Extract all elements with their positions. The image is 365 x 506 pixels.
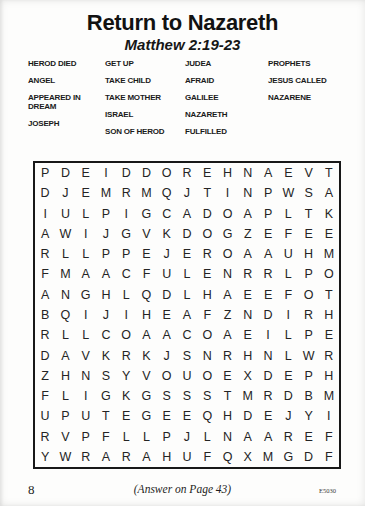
grid-cell[interactable]: V: [298, 163, 318, 183]
grid-cell[interactable]: D: [136, 163, 156, 183]
grid-cell[interactable]: G: [136, 204, 156, 224]
word-list-item: NAZARENE: [268, 93, 358, 102]
grid-cell[interactable]: E: [177, 244, 197, 264]
grid-cell[interactable]: W: [278, 183, 298, 203]
grid-cell[interactable]: S: [298, 183, 318, 203]
grid-cell[interactable]: I: [258, 325, 278, 345]
grid-cell[interactable]: R: [217, 345, 237, 365]
grid-cell[interactable]: D: [35, 183, 55, 203]
grid-cell[interactable]: A: [258, 426, 278, 446]
grid-cell[interactable]: J: [96, 305, 116, 325]
grid-cell[interactable]: H: [319, 305, 339, 325]
grid-cell[interactable]: A: [238, 244, 258, 264]
grid-cell[interactable]: A: [96, 447, 116, 467]
word-list-item: APPEARED IN DREAM: [28, 93, 90, 111]
grid-cell[interactable]: H: [96, 285, 116, 305]
grid-cell[interactable]: O: [298, 285, 318, 305]
grid-cell[interactable]: I: [76, 386, 96, 406]
grid-cell[interactable]: P: [157, 426, 177, 446]
word-list-item: HEROD DIED: [28, 59, 90, 68]
grid-cell[interactable]: M: [238, 386, 258, 406]
grid-cell[interactable]: A: [238, 204, 258, 224]
grid-cell[interactable]: V: [136, 224, 156, 244]
grid-cell[interactable]: J: [55, 183, 75, 203]
grid-cell[interactable]: P: [116, 244, 136, 264]
grid-cell[interactable]: S: [177, 345, 197, 365]
grid-cell[interactable]: P: [76, 426, 96, 446]
grid-cell[interactable]: L: [55, 244, 75, 264]
grid-cell[interactable]: M: [55, 264, 75, 284]
grid-cell[interactable]: J: [278, 406, 298, 426]
grid-cell[interactable]: Z: [35, 366, 55, 386]
grid-cell[interactable]: N: [238, 163, 258, 183]
grid-cell[interactable]: I: [116, 305, 136, 325]
grid-cell[interactable]: B: [35, 305, 55, 325]
grid-cell[interactable]: U: [35, 406, 55, 426]
grid-cell[interactable]: E: [238, 325, 258, 345]
word-list-item: JESUS CALLED: [268, 76, 358, 85]
grid-cell[interactable]: R: [116, 447, 136, 467]
grid-cell[interactable]: I: [76, 305, 96, 325]
grid-cell[interactable]: L: [76, 204, 96, 224]
grid-cell[interactable]: L: [116, 285, 136, 305]
grid-cell[interactable]: E: [319, 325, 339, 345]
grid-cell[interactable]: U: [157, 264, 177, 284]
grid-cell[interactable]: Y: [298, 406, 318, 426]
grid-cell[interactable]: A: [136, 447, 156, 467]
grid-cell[interactable]: X: [238, 447, 258, 467]
grid-cell[interactable]: R: [76, 447, 96, 467]
grid-cell[interactable]: D: [55, 163, 75, 183]
grid-cell[interactable]: O: [157, 163, 177, 183]
grid-cell[interactable]: E: [258, 224, 278, 244]
grid-cell[interactable]: B: [298, 386, 318, 406]
grid-cell[interactable]: A: [177, 305, 197, 325]
grid-cell[interactable]: P: [258, 204, 278, 224]
product-code: E5030: [319, 487, 336, 494]
grid-cell[interactable]: P: [298, 264, 318, 284]
grid-cell[interactable]: E: [76, 183, 96, 203]
grid-cell[interactable]: A: [35, 285, 55, 305]
grid-cell[interactable]: G: [96, 386, 116, 406]
grid-cell[interactable]: H: [217, 406, 237, 426]
grid-cell[interactable]: E: [197, 264, 217, 284]
grid-cell[interactable]: L: [136, 426, 156, 446]
grid-cell[interactable]: R: [116, 183, 136, 203]
grid-cell[interactable]: I: [319, 406, 339, 426]
grid-cell[interactable]: R: [177, 163, 197, 183]
grid-cell[interactable]: E: [298, 224, 318, 244]
grid-cell[interactable]: L: [177, 285, 197, 305]
grid-cell[interactable]: D: [116, 163, 136, 183]
grid-cell[interactable]: N: [258, 345, 278, 365]
grid-cell[interactable]: A: [177, 204, 197, 224]
grid-cell[interactable]: G: [217, 224, 237, 244]
grid-cell[interactable]: O: [157, 366, 177, 386]
grid-cell[interactable]: E: [177, 406, 197, 426]
grid-cell[interactable]: T: [96, 406, 116, 426]
grid-cell[interactable]: E: [157, 305, 177, 325]
grid-cell[interactable]: J: [157, 244, 177, 264]
grid-cell[interactable]: N: [197, 345, 217, 365]
grid-cell[interactable]: Y: [116, 366, 136, 386]
answer-note: (Answer on Page 43): [0, 483, 365, 495]
word-list: HEROD DIEDANGELAPPEARED IN DREAMJOSEPHGE…: [0, 59, 365, 149]
grid-cell[interactable]: H: [238, 345, 258, 365]
grid-cell[interactable]: Q: [157, 183, 177, 203]
grid-cell[interactable]: R: [258, 264, 278, 284]
word-list-item: AFRAID: [185, 76, 261, 85]
grid-cell[interactable]: Q: [136, 285, 156, 305]
grid-cell[interactable]: G: [116, 224, 136, 244]
grid-cell[interactable]: E: [298, 426, 318, 446]
grid-cell[interactable]: H: [197, 285, 217, 305]
grid-cell[interactable]: A: [55, 345, 75, 365]
grid-cell[interactable]: R: [35, 325, 55, 345]
grid-cell[interactable]: F: [197, 447, 217, 467]
grid-cell[interactable]: F: [96, 426, 116, 446]
grid-cell[interactable]: O: [217, 204, 237, 224]
grid-cell[interactable]: O: [217, 244, 237, 264]
grid-cell[interactable]: R: [35, 244, 55, 264]
grid-cell[interactable]: F: [136, 264, 156, 284]
grid-cell[interactable]: T: [319, 163, 339, 183]
grid-cell[interactable]: D: [157, 285, 177, 305]
word-list-item: JUDEA: [185, 59, 261, 68]
grid-cell[interactable]: O: [116, 325, 136, 345]
grid-cell[interactable]: K: [157, 224, 177, 244]
grid-cell[interactable]: X: [238, 366, 258, 386]
page-title: Return to Nazareth: [0, 10, 365, 36]
grid-cell[interactable]: I: [35, 204, 55, 224]
grid-cell[interactable]: O: [197, 366, 217, 386]
grid-cell[interactable]: E: [217, 366, 237, 386]
grid-cell[interactable]: T: [197, 183, 217, 203]
grid-cell[interactable]: M: [319, 244, 339, 264]
grid-cell[interactable]: L: [278, 345, 298, 365]
grid-cell[interactable]: U: [177, 366, 197, 386]
grid-cell[interactable]: E: [136, 244, 156, 264]
word-list-item: SON OF HEROD: [105, 127, 179, 136]
grid-cell[interactable]: Q: [217, 447, 237, 467]
grid-cell[interactable]: T: [298, 204, 318, 224]
grid-cell[interactable]: H: [136, 305, 156, 325]
grid-cell[interactable]: A: [35, 224, 55, 244]
grid-cell[interactable]: E: [238, 285, 258, 305]
grid-cell[interactable]: U: [55, 204, 75, 224]
word-list-item: GET UP: [105, 59, 179, 68]
grid-cell[interactable]: V: [76, 345, 96, 365]
grid-cell[interactable]: U: [76, 406, 96, 426]
grid-cell[interactable]: W: [55, 224, 75, 244]
grid-cell[interactable]: N: [238, 183, 258, 203]
grid-cell[interactable]: J: [177, 426, 197, 446]
grid-cell[interactable]: F: [197, 305, 217, 325]
grid-cell[interactable]: T: [319, 285, 339, 305]
grid-cell[interactable]: A: [258, 163, 278, 183]
word-list-item: ANGEL: [28, 76, 90, 85]
word-search-grid: PDEIDDOREHNAEVTDJEMRMQJTINPWSAIULPIGCADO…: [33, 161, 341, 469]
grid-cell[interactable]: D: [197, 204, 217, 224]
grid-cell[interactable]: C: [96, 325, 116, 345]
grid-cell[interactable]: Z: [238, 224, 258, 244]
grid-cell[interactable]: Z: [217, 305, 237, 325]
grid-cell[interactable]: P: [298, 366, 318, 386]
grid-cell[interactable]: H: [157, 447, 177, 467]
grid-cell[interactable]: R: [116, 345, 136, 365]
grid-cell[interactable]: J: [177, 183, 197, 203]
word-list-column: GET UPTAKE CHILDTAKE MOTHERISRAELSON OF …: [105, 59, 179, 144]
grid-cell[interactable]: H: [298, 244, 318, 264]
grid-cell[interactable]: E: [278, 366, 298, 386]
grid-cell[interactable]: S: [157, 386, 177, 406]
grid-cell[interactable]: H: [217, 163, 237, 183]
grid-cell[interactable]: F: [278, 285, 298, 305]
grid-cell[interactable]: J: [157, 345, 177, 365]
grid-cell[interactable]: C: [116, 264, 136, 284]
word-list-item: GALILEE: [185, 93, 261, 102]
grid-cell[interactable]: R: [319, 345, 339, 365]
grid-cell[interactable]: D: [258, 366, 278, 386]
grid-cell[interactable]: E: [258, 406, 278, 426]
grid-cell[interactable]: S: [197, 386, 217, 406]
grid-cell[interactable]: P: [55, 406, 75, 426]
grid-cell[interactable]: E: [157, 406, 177, 426]
grid-cell[interactable]: F: [35, 386, 55, 406]
grid-cell[interactable]: A: [76, 264, 96, 284]
grid-cell[interactable]: F: [278, 224, 298, 244]
grid-cell[interactable]: L: [116, 426, 136, 446]
grid-cell[interactable]: N: [76, 366, 96, 386]
grid-cell[interactable]: G: [136, 406, 156, 426]
grid-cell[interactable]: N: [217, 426, 237, 446]
grid-cell[interactable]: I: [278, 305, 298, 325]
word-list-item: JOSEPH: [28, 119, 90, 128]
grid-cell[interactable]: A: [258, 244, 278, 264]
grid-cell[interactable]: A: [157, 325, 177, 345]
grid-cell[interactable]: H: [55, 366, 75, 386]
grid-cell[interactable]: P: [298, 325, 318, 345]
grid-cell[interactable]: L: [177, 264, 197, 284]
grid-cell[interactable]: D: [278, 386, 298, 406]
grid-cell[interactable]: L: [197, 426, 217, 446]
grid-cell[interactable]: P: [96, 204, 116, 224]
grid-cell[interactable]: R: [258, 386, 278, 406]
grid-cell[interactable]: E: [76, 163, 96, 183]
grid-cell[interactable]: M: [319, 386, 339, 406]
grid-cell[interactable]: W: [55, 447, 75, 467]
grid-cell[interactable]: R: [278, 426, 298, 446]
grid-cell[interactable]: M: [96, 183, 116, 203]
word-list-item: ISRAEL: [105, 110, 179, 119]
grid-cell[interactable]: S: [96, 366, 116, 386]
word-list-column: PROPHETSJESUS CALLEDNAZARENE: [268, 59, 358, 110]
grid-cell[interactable]: F: [319, 426, 339, 446]
grid-cell[interactable]: A: [96, 264, 116, 284]
scripture-reference: Matthew 2:19-23: [0, 36, 365, 53]
grid-cell[interactable]: E: [197, 163, 217, 183]
grid-cell[interactable]: K: [116, 386, 136, 406]
grid-cell[interactable]: I: [96, 163, 116, 183]
word-list-item: TAKE CHILD: [105, 76, 179, 85]
grid-cell[interactable]: F: [319, 447, 339, 467]
grid-cell[interactable]: P: [96, 244, 116, 264]
grid-cell[interactable]: O: [319, 264, 339, 284]
grid-cell[interactable]: U: [177, 447, 197, 467]
grid-cell[interactable]: A: [217, 285, 237, 305]
word-list-item: TAKE MOTHER: [105, 93, 179, 102]
grid-cell[interactable]: O: [197, 325, 217, 345]
grid-cell[interactable]: C: [177, 325, 197, 345]
grid-cell[interactable]: Q: [197, 406, 217, 426]
grid-cell[interactable]: K: [96, 345, 116, 365]
grid-cell[interactable]: R: [298, 305, 318, 325]
grid-cell[interactable]: E: [116, 406, 136, 426]
word-list-item: PROPHETS: [268, 59, 358, 68]
grid-cell[interactable]: L: [55, 386, 75, 406]
grid-cell[interactable]: U: [278, 244, 298, 264]
worksheet-page: Return to Nazareth Matthew 2:19-23 HEROD…: [0, 0, 365, 506]
grid-cell[interactable]: E: [258, 285, 278, 305]
grid-cell[interactable]: N: [55, 285, 75, 305]
grid-cell[interactable]: C: [157, 204, 177, 224]
grid-cell[interactable]: I: [116, 204, 136, 224]
grid-cell[interactable]: L: [76, 325, 96, 345]
grid-cell[interactable]: G: [278, 447, 298, 467]
word-list-item: FULFILLED: [185, 127, 261, 136]
grid-cell[interactable]: V: [136, 366, 156, 386]
grid-cell[interactable]: A: [319, 183, 339, 203]
grid-cell[interactable]: W: [298, 345, 318, 365]
grid-cell[interactable]: H: [319, 366, 339, 386]
grid-cell[interactable]: K: [319, 204, 339, 224]
grid-cell[interactable]: D: [298, 447, 318, 467]
grid-cell[interactable]: P: [258, 183, 278, 203]
grid-cell[interactable]: D: [258, 305, 278, 325]
grid-cell[interactable]: G: [76, 285, 96, 305]
grid-cell[interactable]: L: [55, 325, 75, 345]
word-list-column: HEROD DIEDANGELAPPEARED IN DREAMJOSEPH: [28, 59, 90, 136]
grid-cell[interactable]: J: [96, 224, 116, 244]
grid-cell[interactable]: L: [278, 204, 298, 224]
grid-cell[interactable]: T: [217, 386, 237, 406]
grid-cell[interactable]: N: [217, 264, 237, 284]
grid-cell[interactable]: F: [35, 264, 55, 284]
grid-cell[interactable]: V: [55, 426, 75, 446]
grid-cell[interactable]: P: [35, 163, 55, 183]
grid-cell[interactable]: R: [197, 244, 217, 264]
grid-cell[interactable]: D: [238, 406, 258, 426]
grid-cell[interactable]: E: [319, 224, 339, 244]
grid-cell[interactable]: L: [76, 244, 96, 264]
grid-cell[interactable]: I: [76, 224, 96, 244]
grid-cell[interactable]: E: [278, 163, 298, 183]
word-list-column: JUDEAAFRAIDGALILEENAZARETHFULFILLED: [185, 59, 261, 144]
grid-cell[interactable]: L: [278, 325, 298, 345]
word-list-item: NAZARETH: [185, 110, 261, 119]
grid-cell[interactable]: S: [177, 386, 197, 406]
grid-cell[interactable]: D: [35, 345, 55, 365]
grid-cell[interactable]: A: [238, 426, 258, 446]
grid-cell[interactable]: R: [238, 264, 258, 284]
grid-cell[interactable]: L: [278, 264, 298, 284]
grid-cell[interactable]: A: [217, 325, 237, 345]
grid-cell[interactable]: I: [217, 183, 237, 203]
grid-cell[interactable]: R: [35, 426, 55, 446]
grid-cell[interactable]: G: [136, 386, 156, 406]
grid-cell[interactable]: N: [238, 305, 258, 325]
grid-cell[interactable]: Q: [55, 305, 75, 325]
grid-cell[interactable]: K: [136, 345, 156, 365]
grid-cell[interactable]: M: [136, 183, 156, 203]
grid-cell[interactable]: M: [258, 447, 278, 467]
grid-cell[interactable]: D: [177, 224, 197, 244]
grid-cell[interactable]: A: [136, 325, 156, 345]
grid-cell[interactable]: Y: [35, 447, 55, 467]
grid-cell[interactable]: O: [197, 224, 217, 244]
